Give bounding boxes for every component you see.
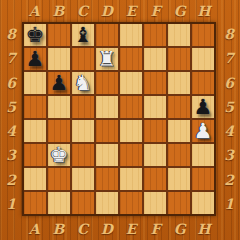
file-label-f-bottom: F <box>143 218 167 240</box>
square-d5[interactable] <box>96 96 118 118</box>
rank-label-2-right: 2 <box>218 168 240 192</box>
rank-label-1-right: 1 <box>218 192 240 216</box>
square-d3[interactable] <box>96 144 118 166</box>
square-e8[interactable] <box>120 24 142 46</box>
square-h6[interactable] <box>192 72 214 94</box>
square-a4[interactable] <box>24 120 46 142</box>
square-b3[interactable]: ♚ <box>48 144 70 166</box>
file-label-h-bottom: H <box>192 218 216 240</box>
square-f4[interactable] <box>144 120 166 142</box>
square-b5[interactable] <box>48 96 70 118</box>
rank-label-4-left: 4 <box>0 119 22 143</box>
file-label-h-top: H <box>192 0 216 22</box>
board: ♚♝♟♜♟♞♟♟♚ <box>22 22 216 216</box>
square-c8[interactable]: ♝ <box>72 24 94 46</box>
square-f6[interactable] <box>144 72 166 94</box>
square-e5[interactable] <box>120 96 142 118</box>
square-a2[interactable] <box>24 168 46 190</box>
square-f1[interactable] <box>144 192 166 214</box>
file-label-b-bottom: B <box>46 218 70 240</box>
square-b7[interactable] <box>48 48 70 70</box>
square-c3[interactable] <box>72 144 94 166</box>
square-g4[interactable] <box>168 120 190 142</box>
chess-board-screenshot: A B C D E F G H 8 7 6 5 4 3 2 1 8 7 6 5 … <box>0 0 240 240</box>
file-label-a-top: A <box>22 0 46 22</box>
file-label-c-top: C <box>71 0 95 22</box>
file-label-a-bottom: A <box>22 218 46 240</box>
square-g6[interactable] <box>168 72 190 94</box>
square-f2[interactable] <box>144 168 166 190</box>
rank-label-6-left: 6 <box>0 71 22 95</box>
rank-label-3-right: 3 <box>218 143 240 167</box>
square-a6[interactable] <box>24 72 46 94</box>
rank-label-2-left: 2 <box>0 168 22 192</box>
square-g8[interactable] <box>168 24 190 46</box>
file-labels-top: A B C D E F G H <box>22 0 216 22</box>
square-a3[interactable] <box>24 144 46 166</box>
square-e3[interactable] <box>120 144 142 166</box>
square-c5[interactable] <box>72 96 94 118</box>
square-e6[interactable] <box>120 72 142 94</box>
square-d7[interactable]: ♜ <box>96 48 118 70</box>
square-h4[interactable]: ♟ <box>192 120 214 142</box>
square-h3[interactable] <box>192 144 214 166</box>
square-g5[interactable] <box>168 96 190 118</box>
square-g3[interactable] <box>168 144 190 166</box>
square-b1[interactable] <box>48 192 70 214</box>
file-label-c-bottom: C <box>71 218 95 240</box>
square-f3[interactable] <box>144 144 166 166</box>
black-piece-a8[interactable]: ♚ <box>24 24 46 46</box>
square-c1[interactable] <box>72 192 94 214</box>
rank-label-8-right: 8 <box>218 22 240 46</box>
square-b2[interactable] <box>48 168 70 190</box>
square-e2[interactable] <box>120 168 142 190</box>
file-label-f-top: F <box>143 0 167 22</box>
file-label-d-top: D <box>95 0 119 22</box>
square-f5[interactable] <box>144 96 166 118</box>
file-label-d-bottom: D <box>95 218 119 240</box>
square-b4[interactable] <box>48 120 70 142</box>
square-f7[interactable] <box>144 48 166 70</box>
rank-labels-left: 8 7 6 5 4 3 2 1 <box>0 22 22 216</box>
square-g7[interactable] <box>168 48 190 70</box>
black-piece-h5[interactable]: ♟ <box>192 96 214 118</box>
square-d4[interactable] <box>96 120 118 142</box>
square-h1[interactable] <box>192 192 214 214</box>
square-a5[interactable] <box>24 96 46 118</box>
black-piece-a7[interactable]: ♟ <box>24 48 46 70</box>
file-label-g-top: G <box>168 0 192 22</box>
rank-label-5-right: 5 <box>218 95 240 119</box>
black-piece-b6[interactable]: ♟ <box>48 72 70 94</box>
rank-label-7-left: 7 <box>0 46 22 70</box>
rank-label-6-right: 6 <box>218 71 240 95</box>
square-d1[interactable] <box>96 192 118 214</box>
rank-labels-right: 8 7 6 5 4 3 2 1 <box>218 22 240 216</box>
rank-label-1-left: 1 <box>0 192 22 216</box>
square-b6[interactable]: ♟ <box>48 72 70 94</box>
white-piece-b3[interactable]: ♚ <box>48 144 70 166</box>
square-b8[interactable] <box>48 24 70 46</box>
file-label-g-bottom: G <box>168 218 192 240</box>
square-e7[interactable] <box>120 48 142 70</box>
file-label-e-top: E <box>119 0 143 22</box>
file-labels-bottom: A B C D E F G H <box>22 218 216 240</box>
square-a7[interactable]: ♟ <box>24 48 46 70</box>
square-c4[interactable] <box>72 120 94 142</box>
rank-label-4-right: 4 <box>218 119 240 143</box>
rank-label-8-left: 8 <box>0 22 22 46</box>
square-c6[interactable]: ♞ <box>72 72 94 94</box>
square-d6[interactable] <box>96 72 118 94</box>
square-c2[interactable] <box>72 168 94 190</box>
square-h7[interactable] <box>192 48 214 70</box>
square-h2[interactable] <box>192 168 214 190</box>
rank-label-5-left: 5 <box>0 95 22 119</box>
white-piece-c6[interactable]: ♞ <box>72 72 94 94</box>
file-label-e-bottom: E <box>119 218 143 240</box>
file-label-b-top: B <box>46 0 70 22</box>
square-e4[interactable] <box>120 120 142 142</box>
white-piece-d7[interactable]: ♜ <box>96 48 118 70</box>
white-piece-h4[interactable]: ♟ <box>192 120 214 142</box>
square-h8[interactable] <box>192 24 214 46</box>
black-piece-c8[interactable]: ♝ <box>72 24 94 46</box>
square-a8[interactable]: ♚ <box>24 24 46 46</box>
square-d8[interactable] <box>96 24 118 46</box>
square-f8[interactable] <box>144 24 166 46</box>
square-g2[interactable] <box>168 168 190 190</box>
square-c7[interactable] <box>72 48 94 70</box>
rank-label-3-left: 3 <box>0 143 22 167</box>
square-d2[interactable] <box>96 168 118 190</box>
square-g1[interactable] <box>168 192 190 214</box>
square-h5[interactable]: ♟ <box>192 96 214 118</box>
square-e1[interactable] <box>120 192 142 214</box>
square-a1[interactable] <box>24 192 46 214</box>
rank-label-7-right: 7 <box>218 46 240 70</box>
